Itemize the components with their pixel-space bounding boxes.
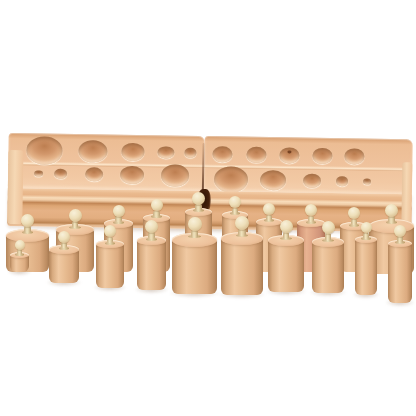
knobbed-cylinder <box>137 215 166 291</box>
knob-ball <box>188 217 202 231</box>
knob-neck <box>148 232 155 239</box>
knob-ball <box>361 222 372 233</box>
knobbed-cylinder <box>355 218 377 296</box>
knob-neck <box>363 233 369 239</box>
knob-neck <box>107 237 113 244</box>
knob-ball <box>145 220 158 233</box>
knobbed-cylinder <box>268 214 304 293</box>
knob-ball <box>104 225 116 237</box>
knob-ball <box>280 220 293 233</box>
knob-neck <box>61 242 67 249</box>
knob-ball <box>58 231 70 243</box>
knobbed-cylinder <box>221 209 263 295</box>
cylinder-body <box>388 244 412 303</box>
knobbed-cylinder <box>96 220 124 288</box>
cylinder-body <box>137 240 166 290</box>
cylinder-body <box>221 238 263 295</box>
cylinder-body <box>172 240 217 294</box>
cylinders-front-layer <box>0 0 416 416</box>
knob-neck <box>238 229 245 237</box>
knob-neck <box>283 232 290 239</box>
knobbed-cylinder <box>312 216 344 294</box>
knobbed-cylinder <box>49 225 79 283</box>
knobbed-cylinder <box>388 220 412 303</box>
knob-neck <box>191 230 198 238</box>
knob-ball <box>322 221 335 234</box>
cylinder-body <box>312 242 344 293</box>
knob-ball <box>235 216 249 230</box>
knob-neck <box>325 233 332 240</box>
product-photo <box>0 0 416 416</box>
knob-neck <box>17 249 22 255</box>
cylinder-body <box>49 250 79 284</box>
knobbed-cylinder <box>10 235 29 272</box>
knob-ball <box>15 240 25 250</box>
cylinder-body <box>268 240 304 292</box>
cylinder-body <box>355 239 377 295</box>
knob-neck <box>397 236 403 243</box>
knob-ball <box>394 225 406 237</box>
cylinder-body <box>96 244 124 288</box>
knobbed-cylinder <box>172 210 217 294</box>
